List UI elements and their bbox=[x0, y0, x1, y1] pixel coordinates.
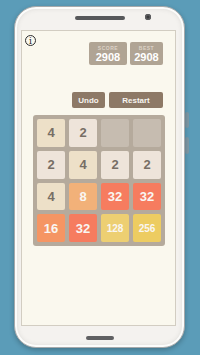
empty-cell bbox=[133, 119, 161, 147]
score-panel: SCORE 2908 BEST 2908 bbox=[89, 42, 163, 65]
tile-16: 16 bbox=[37, 214, 65, 242]
tile-32: 32 bbox=[133, 183, 161, 211]
best-box: BEST 2908 bbox=[130, 42, 163, 65]
best-value: 2908 bbox=[134, 51, 158, 63]
volume-button bbox=[185, 137, 189, 154]
tile-8: 8 bbox=[69, 183, 97, 211]
tile-2: 2 bbox=[69, 119, 97, 147]
tile-2: 2 bbox=[133, 151, 161, 179]
restart-button[interactable]: Restart bbox=[109, 92, 163, 108]
front-camera-icon bbox=[145, 14, 151, 20]
power-button bbox=[185, 112, 189, 128]
tile-2: 2 bbox=[37, 151, 65, 179]
tile-32: 32 bbox=[69, 214, 97, 242]
tile-256: 256 bbox=[133, 214, 161, 242]
bottom-microphone-bar bbox=[86, 336, 114, 340]
undo-button[interactable]: Undo bbox=[72, 92, 105, 108]
control-buttons: Undo Restart bbox=[72, 92, 163, 108]
info-button[interactable]: i bbox=[25, 35, 36, 46]
tile-4: 4 bbox=[37, 119, 65, 147]
tile-4: 4 bbox=[69, 151, 97, 179]
info-icon: i bbox=[29, 36, 32, 46]
score-box: SCORE 2908 bbox=[89, 42, 127, 65]
tile-128: 128 bbox=[101, 214, 129, 242]
tile-4: 4 bbox=[37, 183, 65, 211]
phone-frame: i SCORE 2908 BEST 2908 Undo Restart 4224… bbox=[14, 6, 185, 348]
score-value: 2908 bbox=[96, 51, 120, 63]
tile-32: 32 bbox=[101, 183, 129, 211]
app-screen: i SCORE 2908 BEST 2908 Undo Restart 4224… bbox=[21, 30, 176, 326]
page-background: { "game": "2048", "position": "4 2 . . /… bbox=[0, 0, 200, 355]
tile-2: 2 bbox=[101, 151, 129, 179]
game-board[interactable]: 4224224832321632128256 bbox=[33, 115, 165, 246]
empty-cell bbox=[101, 119, 129, 147]
speaker-grill bbox=[75, 16, 125, 20]
